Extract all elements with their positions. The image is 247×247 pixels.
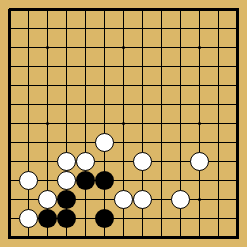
stone-layer [0,0,247,247]
white-stone [133,190,152,209]
white-stone [114,190,133,209]
go-board[interactable] [0,0,247,247]
white-stone [171,190,190,209]
white-stone [133,152,152,171]
white-stone [76,152,95,171]
black-stone [57,190,76,209]
white-stone [57,171,76,190]
white-stone [57,152,76,171]
white-stone [95,133,114,152]
black-stone [95,209,114,228]
black-stone [76,171,95,190]
white-stone [19,171,38,190]
white-stone [19,209,38,228]
white-stone [190,152,209,171]
black-stone [57,209,76,228]
white-stone [38,190,57,209]
black-stone [38,209,57,228]
black-stone [95,171,114,190]
